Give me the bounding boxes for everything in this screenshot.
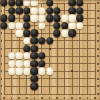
grid-line-horizontal: [4, 78, 96, 79]
grid-line-vertical: [95, 3, 96, 95]
board-edge-shadow-right: [98, 0, 100, 100]
board-edge-shadow-bottom: [0, 98, 100, 100]
board-edge-shadow-left: [0, 0, 2, 100]
grid-line-vertical: [87, 3, 88, 95]
star-point: [49, 48, 51, 50]
board-edge-shadow-top: [0, 0, 100, 2]
grid-line-horizontal: [4, 94, 96, 95]
grid-line-horizontal: [4, 86, 96, 87]
star-point: [71, 70, 73, 72]
go-board[interactable]: [0, 0, 100, 100]
